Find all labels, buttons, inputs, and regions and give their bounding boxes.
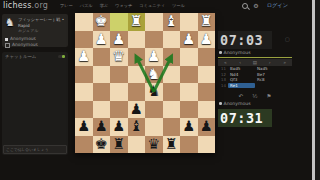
move-black-13[interactable]: Rc8 <box>255 77 282 82</box>
square-d8[interactable]: ♛ <box>145 136 163 154</box>
move-white-13[interactable]: Qf3 <box>228 77 255 82</box>
last-move-icon[interactable]: » <box>277 59 292 66</box>
square-h8[interactable] <box>75 136 93 154</box>
square-a3[interactable] <box>198 48 216 66</box>
black-p-piece: ♟ <box>110 118 128 136</box>
black-r-piece: ♜ <box>110 136 128 154</box>
top-navigation: プレーパズル学ぶウォッチコミュニティツール <box>60 3 185 8</box>
square-e1[interactable]: ♜ <box>128 13 146 31</box>
square-e6[interactable]: ♟ <box>128 101 146 119</box>
move-black-12[interactable]: Be7 <box>255 72 282 77</box>
square-c4[interactable] <box>163 66 181 84</box>
game-side-panel: 07:03 ▢ Anonymous «‹▤›» 11Bxd5Nxd512Nd4B… <box>218 0 292 180</box>
move-white-11[interactable]: Bxd5 <box>228 66 255 71</box>
black-r-piece: ♜ <box>163 136 181 154</box>
square-h3[interactable]: ♟ <box>75 48 93 66</box>
move-number: 12 <box>218 72 228 77</box>
square-g5[interactable] <box>93 83 111 101</box>
move-number: 11 <box>218 66 228 71</box>
white-p-piece: ♟ <box>198 31 216 49</box>
time-usage-bar <box>218 57 292 58</box>
black-q-piece: ♛ <box>145 136 163 154</box>
square-c5[interactable] <box>163 83 181 101</box>
white-p-piece: ♟ <box>75 48 93 66</box>
square-e5[interactable] <box>128 83 146 101</box>
square-d5[interactable]: ♞ <box>145 83 163 101</box>
move-number: 13 <box>218 77 228 82</box>
square-c8[interactable]: ♜ <box>163 136 181 154</box>
square-g7[interactable]: ♟ <box>93 118 111 136</box>
square-g2[interactable]: ♟ <box>93 31 111 49</box>
square-g4[interactable] <box>93 66 111 84</box>
takeback-icon[interactable]: ↶ <box>239 93 244 99</box>
square-a7[interactable]: ♟ <box>198 118 216 136</box>
square-c7[interactable] <box>163 118 181 136</box>
square-f8[interactable]: ♜ <box>110 136 128 154</box>
square-e2[interactable] <box>128 31 146 49</box>
clock-black-active: 07:31 <box>218 109 272 127</box>
square-d3[interactable]: ♟ <box>145 48 163 66</box>
move-number: 14 <box>218 83 228 88</box>
clock-white: 07:03 <box>218 31 272 49</box>
square-d2[interactable] <box>145 31 163 49</box>
white-p-piece: ♟ <box>145 48 163 66</box>
square-g3[interactable] <box>93 48 111 66</box>
square-d4[interactable]: ♞ <box>145 66 163 84</box>
player-name-bottom: Anonymous <box>219 101 291 106</box>
nav-item-4[interactable]: コミュニティ <box>139 3 165 8</box>
white-color-icon <box>5 38 8 41</box>
player-name-top: Anonymous <box>219 50 291 55</box>
move-row-12: 12Nd4Be7 <box>218 72 292 78</box>
sidebar-player-black: Anonymous <box>5 42 65 48</box>
window-gutter <box>315 0 320 180</box>
square-b1[interactable] <box>180 13 198 31</box>
square-b2[interactable]: ♟ <box>180 31 198 49</box>
square-f2[interactable]: ♟ <box>110 31 128 49</box>
white-p-piece: ♟ <box>110 31 128 49</box>
square-h7[interactable]: ♟ <box>75 118 93 136</box>
first-move-icon[interactable]: « <box>218 59 233 66</box>
white-p-piece: ♟ <box>180 31 198 49</box>
square-h6[interactable] <box>75 101 93 119</box>
black-p-piece: ♟ <box>128 101 146 119</box>
black-n-piece: ♞ <box>145 83 163 101</box>
square-d1[interactable] <box>145 13 163 31</box>
black-b-piece: ♝ <box>128 118 146 136</box>
nav-item-3[interactable]: ウォッチ <box>115 3 132 8</box>
square-f6[interactable] <box>110 101 128 119</box>
square-f7[interactable]: ♟ <box>110 118 128 136</box>
square-g1[interactable]: ♚ <box>93 13 111 31</box>
square-e7[interactable]: ♝ <box>128 118 146 136</box>
square-e3[interactable] <box>128 48 146 66</box>
chat-toggle[interactable] <box>58 55 65 59</box>
move-row-14: 14Re1 <box>218 83 292 89</box>
white-r-piece: ♜ <box>128 13 146 31</box>
move-list-toolbar: «‹▤›» <box>218 59 292 66</box>
square-d7[interactable] <box>145 118 163 136</box>
square-g6[interactable] <box>93 101 111 119</box>
square-b5[interactable] <box>180 83 198 101</box>
player-status-icon <box>219 51 222 54</box>
square-a6[interactable] <box>198 101 216 119</box>
white-p-piece: ♟ <box>93 31 111 49</box>
draw-offer-icon[interactable]: ½ <box>252 93 257 99</box>
next-move-icon[interactable]: › <box>262 59 277 66</box>
square-h2[interactable] <box>75 31 93 49</box>
square-a1[interactable]: ♜ <box>198 13 216 31</box>
square-e4[interactable] <box>128 66 146 84</box>
square-f4[interactable] <box>110 66 128 84</box>
square-b4[interactable] <box>180 66 198 84</box>
white-b-piece: ♝ <box>163 13 181 31</box>
square-a5[interactable] <box>198 83 216 101</box>
square-c1[interactable]: ♝ <box>163 13 181 31</box>
black-p-piece: ♟ <box>75 118 93 136</box>
chat-messages <box>2 61 68 145</box>
black-p-piece: ♟ <box>93 118 111 136</box>
resign-flag-icon[interactable]: ⚑ <box>267 93 272 99</box>
move-white-12[interactable]: Nd4 <box>228 72 255 77</box>
knight-icon: ♞ <box>5 17 15 29</box>
square-a8[interactable] <box>198 136 216 154</box>
move-row-11: 11Bxd5Nxd5 <box>218 66 292 72</box>
black-color-icon <box>5 43 10 48</box>
game-info-box: ♞ フィッシャーレート戦 • Rapid カジュアル Anonymous Ano… <box>2 14 68 47</box>
square-h1[interactable] <box>75 13 93 31</box>
white-r-piece: ♜ <box>198 13 216 31</box>
nav-item-5[interactable]: ツール <box>172 3 185 8</box>
move-row-13: 13Qf3Rc8 <box>218 77 292 83</box>
white-k-piece: ♚ <box>93 13 111 31</box>
chat-title: チャットルーム <box>5 54 36 59</box>
move-black-11[interactable]: Nxd5 <box>255 66 282 71</box>
square-f1[interactable] <box>110 13 128 31</box>
chat-input[interactable]: ここで話し合いましょう <box>3 145 67 154</box>
prev-move-icon[interactable]: ‹ <box>233 59 248 66</box>
square-b6[interactable] <box>180 101 198 119</box>
move-white-14[interactable]: Re1 <box>228 83 255 88</box>
square-b7[interactable]: ♟ <box>180 118 198 136</box>
square-g8[interactable]: ♚ <box>93 136 111 154</box>
square-b3[interactable] <box>180 48 198 66</box>
square-h4[interactable] <box>75 66 93 84</box>
player-status-icon <box>219 102 222 105</box>
square-c2[interactable] <box>163 31 181 49</box>
nav-item-0[interactable]: プレー <box>60 3 73 8</box>
nav-item-2[interactable]: 学ぶ <box>100 3 108 8</box>
square-d6[interactable] <box>145 101 163 119</box>
square-f5[interactable] <box>110 83 128 101</box>
square-c6[interactable] <box>163 101 181 119</box>
square-f3[interactable]: ♛ <box>110 48 128 66</box>
square-e8[interactable] <box>128 136 146 154</box>
chess-board: ♚♜♝♜♟♟♟♟♟♛♟♞♞♟♟♟♟♝♟♟♚♜♛♜ <box>75 13 215 153</box>
clock-aside-icon: ▢ <box>285 36 290 42</box>
move-list: 11Bxd5Nxd512Nd4Be713Qf3Rc814Re1 <box>218 66 292 88</box>
square-a4[interactable] <box>198 66 216 84</box>
square-h5[interactable] <box>75 83 93 101</box>
black-p-piece: ♟ <box>180 118 198 136</box>
board-menu-icon[interactable]: ▤ <box>248 59 263 66</box>
square-c3[interactable] <box>163 48 181 66</box>
white-n-piece: ♞ <box>145 66 163 84</box>
nav-item-1[interactable]: パズル <box>80 3 93 8</box>
square-b8[interactable] <box>180 136 198 154</box>
lichess-logo[interactable]: lichess.org <box>3 1 48 10</box>
square-a2[interactable]: ♟ <box>198 31 216 49</box>
white-q-piece: ♛ <box>110 48 128 66</box>
game-action-buttons: ↶½⚑ <box>218 91 292 100</box>
chat-panel: チャットルーム ここで話し合いましょう <box>2 52 68 155</box>
black-k-piece: ♚ <box>93 136 111 154</box>
black-p-piece: ♟ <box>198 118 216 136</box>
